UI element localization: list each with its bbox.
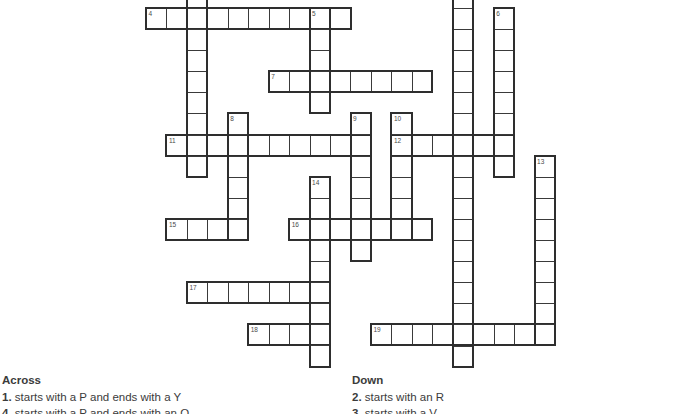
clue-text: starts with a V — [362, 407, 437, 414]
cell-separator — [311, 71, 329, 72]
cell-separator — [289, 9, 290, 28]
cell-separator — [269, 9, 270, 28]
clue-text: starts with a P and ends with an O — [12, 407, 190, 414]
cell-separator — [311, 282, 329, 283]
down-clues-section: Down 2. starts with an R3. starts with a… — [352, 372, 697, 414]
word-10-down — [390, 112, 412, 241]
cell-separator — [311, 219, 329, 220]
cell-separator — [188, 50, 206, 51]
cell-number-12: 12 — [394, 137, 401, 144]
word-6-down — [493, 7, 515, 178]
cell-separator — [311, 92, 329, 93]
cell-separator — [352, 240, 370, 241]
cell-separator — [495, 92, 513, 93]
cell-separator — [454, 198, 472, 199]
cell-separator — [352, 198, 370, 199]
cell-separator — [536, 177, 554, 178]
cell-separator — [289, 325, 290, 344]
cell-separator — [229, 156, 247, 157]
cell-separator — [432, 136, 433, 155]
cell-number-17: 17 — [189, 284, 196, 291]
cell-separator — [454, 92, 472, 93]
word-7-across — [268, 70, 434, 93]
cell-separator — [454, 29, 472, 30]
cell-separator — [229, 198, 247, 199]
cell-separator — [188, 156, 206, 157]
clue-number: 2. — [352, 391, 362, 403]
cell-separator — [494, 325, 495, 344]
cell-separator — [454, 8, 472, 9]
cell-separator — [311, 240, 329, 241]
cell-separator — [311, 345, 329, 346]
cell-separator — [454, 303, 472, 304]
cell-separator — [289, 136, 290, 155]
cell-separator — [311, 261, 329, 262]
clue-text: starts with a P and ends with a Y — [12, 391, 182, 403]
across-clues-section: Across 1. starts with a P and ends with … — [2, 372, 347, 414]
clue-down-2: 2. starts with an R — [352, 389, 697, 406]
cell-separator — [392, 177, 410, 178]
cell-separator — [229, 219, 247, 220]
cell-separator — [495, 156, 513, 157]
cell-number-8: 8 — [230, 115, 234, 122]
cell-separator — [454, 135, 472, 136]
cell-separator — [495, 71, 513, 72]
cell-number-15: 15 — [169, 221, 176, 228]
cell-separator — [289, 72, 290, 91]
cell-number-4: 4 — [149, 10, 153, 17]
cell-separator — [188, 29, 206, 30]
cell-separator — [454, 240, 472, 241]
cell-separator — [454, 346, 472, 347]
cell-number-14: 14 — [312, 179, 319, 186]
cell-separator — [166, 9, 167, 28]
cell-separator — [371, 72, 372, 91]
cell-separator — [311, 29, 329, 30]
word-13-down — [534, 155, 556, 347]
cell-separator — [454, 219, 472, 220]
cell-separator — [352, 134, 370, 135]
cell-separator — [536, 240, 554, 241]
cell-separator — [514, 325, 515, 344]
cell-separator — [207, 283, 208, 302]
cell-separator — [454, 324, 472, 325]
cell-number-7: 7 — [271, 73, 275, 80]
cell-number-10: 10 — [394, 115, 401, 122]
cell-number-6: 6 — [496, 10, 500, 17]
cell-separator — [495, 134, 513, 135]
cell-separator — [392, 134, 410, 135]
cell-number-19: 19 — [373, 326, 380, 333]
cell-separator — [188, 8, 206, 9]
cell-separator — [454, 71, 472, 72]
cell-separator — [391, 72, 392, 91]
cell-separator — [536, 282, 554, 283]
cell-separator — [536, 219, 554, 220]
cell-separator — [454, 113, 472, 114]
down-clue-list: 2. starts with an R3. starts with a V — [352, 389, 697, 414]
word-down-col2-cut — [186, 0, 208, 178]
cell-separator — [311, 50, 329, 51]
word-9-down — [350, 112, 372, 262]
cell-separator — [412, 72, 413, 91]
cell-separator — [536, 303, 554, 304]
cell-separator — [187, 220, 188, 239]
cell-separator — [536, 198, 554, 199]
cell-separator — [495, 50, 513, 51]
cell-separator — [188, 113, 206, 114]
cell-separator — [454, 261, 472, 262]
cell-number-5: 5 — [312, 10, 316, 17]
cell-separator — [391, 325, 392, 344]
clue-across-1: 1. starts with a P and ends with a Y — [2, 389, 347, 406]
cell-number-9: 9 — [353, 115, 357, 122]
cell-separator — [289, 283, 290, 302]
cell-separator — [495, 113, 513, 114]
crossword-page: 45678910111213141516171819 Across 1. sta… — [0, 0, 700, 414]
cell-separator — [188, 92, 206, 93]
clue-text: starts with an R — [362, 391, 444, 403]
cell-number-11: 11 — [169, 137, 176, 144]
cell-separator — [454, 156, 472, 157]
cell-separator — [392, 219, 410, 220]
clue-across-4: 4. starts with a P and ends with an O — [2, 405, 347, 414]
across-heading: Across — [2, 372, 347, 389]
cell-separator — [432, 325, 433, 344]
clue-number: 4. — [2, 407, 12, 414]
cell-separator — [188, 71, 206, 72]
cell-separator — [536, 261, 554, 262]
cell-separator — [454, 177, 472, 178]
word-down-col15-cut — [452, 0, 474, 368]
cell-separator — [269, 283, 270, 302]
clue-down-3: 3. starts with a V — [352, 405, 697, 414]
word-8-down — [227, 112, 249, 241]
cell-separator — [412, 325, 413, 344]
across-clue-list: 1. starts with a P and ends with a Y4. s… — [2, 389, 347, 414]
cell-separator — [392, 156, 410, 157]
cell-separator — [310, 136, 311, 155]
clue-number: 3. — [352, 407, 362, 414]
cell-separator — [454, 50, 472, 51]
word-14-down — [309, 176, 331, 368]
cell-separator — [495, 29, 513, 30]
cell-number-13: 13 — [537, 158, 544, 165]
cell-separator — [248, 283, 249, 302]
cell-separator — [269, 325, 270, 344]
word-5-down — [309, 7, 331, 115]
cell-separator — [392, 198, 410, 199]
cell-separator — [352, 177, 370, 178]
cell-separator — [229, 134, 247, 135]
cell-separator — [248, 9, 249, 28]
cell-separator — [311, 198, 329, 199]
cell-separator — [229, 177, 247, 178]
cell-separator — [454, 282, 472, 283]
cell-number-18: 18 — [251, 326, 258, 333]
clue-number: 1. — [2, 391, 12, 403]
cell-separator — [228, 283, 229, 302]
cell-number-16: 16 — [292, 221, 299, 228]
cell-separator — [352, 156, 370, 157]
cell-separator — [311, 303, 329, 304]
down-heading: Down — [352, 372, 697, 389]
cell-separator — [330, 136, 331, 155]
cell-separator — [269, 136, 270, 155]
crossword-grid: 45678910111213141516171819 — [0, 0, 700, 370]
cell-separator — [311, 324, 329, 325]
cell-separator — [188, 135, 206, 136]
cell-separator — [207, 220, 208, 239]
cell-separator — [536, 324, 554, 325]
cell-separator — [352, 219, 370, 220]
cell-separator — [228, 9, 229, 28]
cell-separator — [350, 72, 351, 91]
